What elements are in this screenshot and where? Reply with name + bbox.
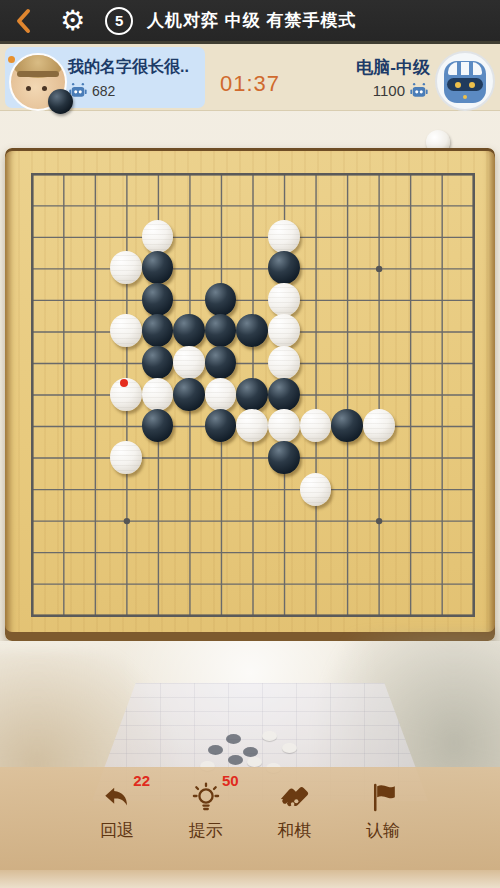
black-stone <box>205 283 237 316</box>
black-stone <box>142 251 174 284</box>
board-cell-r9-c1[interactable] <box>15 410 47 442</box>
board-cell-r3-c7[interactable] <box>205 220 237 252</box>
board-cell-r10-c5[interactable] <box>142 442 174 474</box>
board-cell-r10-c9[interactable] <box>268 442 300 474</box>
white-stone <box>236 409 268 442</box>
robot-dome <box>448 62 482 75</box>
board-cell-r10-c2[interactable] <box>47 442 79 474</box>
board-cell-r6-c6[interactable] <box>173 315 205 347</box>
board-cell-r6-c4[interactable] <box>110 315 142 347</box>
board-cell-r5-c1[interactable] <box>15 284 47 316</box>
black-stone <box>142 346 174 379</box>
board-cell-r6-c3[interactable] <box>78 315 110 347</box>
board-cell-r15-c10[interactable] <box>300 600 332 632</box>
white-stone <box>142 378 174 411</box>
board-cell-r4-c1[interactable] <box>15 252 47 284</box>
gomoku-board <box>5 148 495 641</box>
board-cell-r10-c14[interactable] <box>426 442 458 474</box>
board-cell-r13-c5[interactable] <box>142 537 174 569</box>
player-black-panel: 我的名字很长很.. 682 <box>5 47 205 108</box>
decorative-stone <box>208 745 223 755</box>
black-stone <box>236 314 268 347</box>
board-cell-r7-c11[interactable] <box>331 347 363 379</box>
robot-chin-dot <box>463 95 467 99</box>
board-cell-r14-c3[interactable] <box>78 568 110 600</box>
board-cell-r4-c6[interactable] <box>173 252 205 284</box>
back-button[interactable] <box>8 1 38 41</box>
board-cell-r12-c10[interactable] <box>300 505 332 537</box>
board-cell-r10-c7[interactable] <box>205 442 237 474</box>
board-cell-r2-c4[interactable] <box>110 189 142 221</box>
computer-avatar <box>435 51 495 111</box>
board-cell-r13-c8[interactable] <box>236 537 268 569</box>
board-cell-r9-c3[interactable] <box>78 410 110 442</box>
player-black-name: 我的名字很长很.. <box>68 57 189 78</box>
board-cell-r2-c2[interactable] <box>47 189 79 221</box>
white-stone <box>110 251 142 284</box>
black-stone <box>268 378 300 411</box>
board-cell-r15-c5[interactable] <box>142 600 174 632</box>
board-cell-r8-c8[interactable] <box>236 378 268 410</box>
board-cell-r15-c6[interactable] <box>173 600 205 632</box>
board-cell-r6-c13[interactable] <box>395 315 427 347</box>
board-cell-r14-c5[interactable] <box>142 568 174 600</box>
board-cell-r3-c1[interactable] <box>15 220 47 252</box>
board-cell-r2-c13[interactable] <box>395 189 427 221</box>
white-stone <box>268 409 300 442</box>
board-cell-r12-c4[interactable] <box>110 505 142 537</box>
board-cell-r15-c13[interactable] <box>395 600 427 632</box>
hint-button[interactable]: 50 提示 <box>173 777 239 842</box>
decorative-stone <box>243 747 258 757</box>
board-cell-r14-c6[interactable] <box>173 568 205 600</box>
undo-button[interactable]: 22 回退 <box>84 777 150 842</box>
board-cell-r8-c10[interactable] <box>300 378 332 410</box>
board-cell-r6-c1[interactable] <box>15 315 47 347</box>
white-stone <box>268 314 300 347</box>
board-cell-r3-c13[interactable] <box>395 220 427 252</box>
decorative-stone <box>282 743 297 753</box>
board-cell-r14-c8[interactable] <box>236 568 268 600</box>
board-cell-r1-c3[interactable] <box>78 157 110 189</box>
board-cell-r11-c12[interactable] <box>363 473 395 505</box>
board-cell-r1-c15[interactable] <box>458 157 490 189</box>
board-cell-r1-c5[interactable] <box>142 157 174 189</box>
board-cell-r7-c8[interactable] <box>236 347 268 379</box>
board-cell-r1-c11[interactable] <box>331 157 363 189</box>
board-cell-r3-c8[interactable] <box>236 220 268 252</box>
board-cell-r15-c11[interactable] <box>331 600 363 632</box>
black-stone-indicator <box>48 89 73 114</box>
table-edge <box>0 870 500 888</box>
board-cell-r2-c15[interactable] <box>458 189 490 221</box>
board-cell-r13-c3[interactable] <box>78 537 110 569</box>
board-cell-r15-c9[interactable] <box>268 600 300 632</box>
board-cell-r1-c2[interactable] <box>47 157 79 189</box>
board-cell-r2-c1[interactable] <box>15 189 47 221</box>
board-cell-r1-c6[interactable] <box>173 157 205 189</box>
board-cell-r9-c6[interactable] <box>173 410 205 442</box>
board-cell-r1-c9[interactable] <box>268 157 300 189</box>
board-cell-r3-c12[interactable] <box>363 220 395 252</box>
board-cell-r11-c7[interactable] <box>205 473 237 505</box>
board-cell-r7-c4[interactable] <box>110 347 142 379</box>
handshake-icon <box>261 777 327 813</box>
board-cell-r9-c9[interactable] <box>268 410 300 442</box>
board-cell-r2-c14[interactable] <box>426 189 458 221</box>
board-cell-r8-c11[interactable] <box>331 378 363 410</box>
board-cell-r14-c13[interactable] <box>395 568 427 600</box>
board-cell-r1-c1[interactable] <box>15 157 47 189</box>
black-stone <box>331 409 363 442</box>
board-cell-r12-c15[interactable] <box>458 505 490 537</box>
white-stone <box>110 441 142 474</box>
board-cell-r7-c6[interactable] <box>173 347 205 379</box>
board-cell-r8-c4[interactable] <box>110 378 142 410</box>
decorative-stone <box>262 731 277 741</box>
settings-button[interactable]: ⚙ <box>60 7 85 35</box>
board-cell-r4-c14[interactable] <box>426 252 458 284</box>
board-cell-r13-c12[interactable] <box>363 537 395 569</box>
board-cell-r15-c2[interactable] <box>47 600 79 632</box>
board-cell-r10-c11[interactable] <box>331 442 363 474</box>
board-cell-r7-c13[interactable] <box>395 347 427 379</box>
top-bar: ⚙ 5 人机对弈 中级 有禁手模式 <box>0 0 500 44</box>
player-bar: 我的名字很长很.. 682 01:37 电脑-中级 1100 <box>0 44 500 111</box>
board-cell-r11-c4[interactable] <box>110 473 142 505</box>
player-white-rating-value: 1100 <box>373 82 405 99</box>
board-cell-r8-c14[interactable] <box>426 378 458 410</box>
board-cell-r5-c3[interactable] <box>78 284 110 316</box>
app-screen: ⚙ 5 人机对弈 中级 有禁手模式 我的名字很长很.. <box>0 0 500 888</box>
board-cell-r8-c3[interactable] <box>78 378 110 410</box>
black-stone <box>205 346 237 379</box>
action-toolbar: 22 回退 50 提示 <box>0 767 500 870</box>
board-cell-r4-c4[interactable] <box>110 252 142 284</box>
board-cell-r2-c11[interactable] <box>331 189 363 221</box>
board-cell-r1-c10[interactable] <box>300 157 332 189</box>
board-cell-r14-c14[interactable] <box>426 568 458 600</box>
board-cell-r3-c5[interactable] <box>142 220 174 252</box>
board-cell-r8-c1[interactable] <box>15 378 47 410</box>
board-cell-r9-c10[interactable] <box>300 410 332 442</box>
board-cell-r11-c6[interactable] <box>173 473 205 505</box>
board-cell-r6-c8[interactable] <box>236 315 268 347</box>
board-cell-r14-c12[interactable] <box>363 568 395 600</box>
board-cell-r8-c2[interactable] <box>47 378 79 410</box>
board-cell-r6-c2[interactable] <box>47 315 79 347</box>
board-cell-r9-c15[interactable] <box>458 410 490 442</box>
board-cell-r2-c7[interactable] <box>205 189 237 221</box>
board-cell-r9-c11[interactable] <box>331 410 363 442</box>
board-cell-r2-c3[interactable] <box>78 189 110 221</box>
board-cell-r1-c13[interactable] <box>395 157 427 189</box>
last-move-marker <box>120 379 128 387</box>
board-cell-r13-c7[interactable] <box>205 537 237 569</box>
board-cell-r5-c14[interactable] <box>426 284 458 316</box>
gear-icon: ⚙ <box>60 7 85 35</box>
board-cell-r4-c2[interactable] <box>47 252 79 284</box>
white-stone <box>110 378 142 411</box>
white-stone <box>268 346 300 379</box>
board-cell-r7-c9[interactable] <box>268 347 300 379</box>
avatar-eye <box>26 86 31 91</box>
resign-button[interactable]: 认输 <box>350 777 416 842</box>
board-cell-r5-c8[interactable] <box>236 284 268 316</box>
board-cell-r11-c14[interactable] <box>426 473 458 505</box>
board-cell-r7-c2[interactable] <box>47 347 79 379</box>
board-cell-r10-c1[interactable] <box>15 442 47 474</box>
board-cell-r7-c1[interactable] <box>15 347 47 379</box>
board-cell-r12-c6[interactable] <box>173 505 205 537</box>
board-cell-r11-c3[interactable] <box>78 473 110 505</box>
white-stone <box>173 346 205 379</box>
board-cell-r14-c4[interactable] <box>110 568 142 600</box>
board-cell-r3-c14[interactable] <box>426 220 458 252</box>
board-cell-r13-c9[interactable] <box>268 537 300 569</box>
chevron-left-icon <box>15 8 31 34</box>
board-cell-r5-c11[interactable] <box>331 284 363 316</box>
board-cell-r7-c10[interactable] <box>300 347 332 379</box>
board-cell-r9-c7[interactable] <box>205 410 237 442</box>
board-cell-r3-c15[interactable] <box>458 220 490 252</box>
black-stone <box>173 314 205 347</box>
board-cell-r4-c9[interactable] <box>268 252 300 284</box>
robot-visor <box>447 78 483 91</box>
board-cell-r5-c5[interactable] <box>142 284 174 316</box>
move-timer: 01:37 <box>220 71 280 97</box>
board-cell-r13-c14[interactable] <box>426 537 458 569</box>
board-cell-r15-c12[interactable] <box>363 600 395 632</box>
board-cell-r14-c1[interactable] <box>15 568 47 600</box>
board-cell-r6-c5[interactable] <box>142 315 174 347</box>
board-cell-r11-c10[interactable] <box>300 473 332 505</box>
board-cell-r14-c10[interactable] <box>300 568 332 600</box>
board-cell-r15-c14[interactable] <box>426 600 458 632</box>
board-cell-r8-c12[interactable] <box>363 378 395 410</box>
resign-label: 认输 <box>350 819 416 842</box>
board-cell-r5-c9[interactable] <box>268 284 300 316</box>
board-cell-r5-c10[interactable] <box>300 284 332 316</box>
board-cell-r1-c8[interactable] <box>236 157 268 189</box>
board-cell-r8-c6[interactable] <box>173 378 205 410</box>
board-cell-r9-c2[interactable] <box>47 410 79 442</box>
board-cell-r4-c11[interactable] <box>331 252 363 284</box>
board-cell-r10-c13[interactable] <box>395 442 427 474</box>
board-cell-r15-c7[interactable] <box>205 600 237 632</box>
decorative-stone <box>247 757 262 767</box>
board-cell-r14-c11[interactable] <box>331 568 363 600</box>
board-cell-r3-c6[interactable] <box>173 220 205 252</box>
undo-label: 回退 <box>84 819 150 842</box>
undo-count-badge: 22 <box>133 772 150 789</box>
board-cell-r6-c10[interactable] <box>300 315 332 347</box>
resign-flag-icon <box>350 777 416 813</box>
board-cell-r12-c11[interactable] <box>331 505 363 537</box>
board-cell-r10-c6[interactable] <box>173 442 205 474</box>
white-stone <box>110 314 142 347</box>
board-cell-r12-c1[interactable] <box>15 505 47 537</box>
board-cell-r13-c15[interactable] <box>458 537 490 569</box>
black-stone <box>268 251 300 284</box>
board-cell-r2-c10[interactable] <box>300 189 332 221</box>
board-cell-r6-c11[interactable] <box>331 315 363 347</box>
hint-count-badge: 50 <box>222 772 239 789</box>
board-cell-r13-c2[interactable] <box>47 537 79 569</box>
board-cell-r15-c15[interactable] <box>458 600 490 632</box>
board-cell-r12-c14[interactable] <box>426 505 458 537</box>
board-cell-r13-c1[interactable] <box>15 537 47 569</box>
board-cell-r6-c12[interactable] <box>363 315 395 347</box>
board-cell-r12-c9[interactable] <box>268 505 300 537</box>
board-cell-r12-c2[interactable] <box>47 505 79 537</box>
board-cell-r11-c11[interactable] <box>331 473 363 505</box>
black-stone <box>173 378 205 411</box>
board-cell-r8-c5[interactable] <box>142 378 174 410</box>
board-cell-r8-c7[interactable] <box>205 378 237 410</box>
board-cell-r12-c12[interactable] <box>363 505 395 537</box>
board-cell-r3-c11[interactable] <box>331 220 363 252</box>
board-cell-r1-c14[interactable] <box>426 157 458 189</box>
board-cell-r7-c5[interactable] <box>142 347 174 379</box>
board-cell-r3-c4[interactable] <box>110 220 142 252</box>
board-cell-r14-c7[interactable] <box>205 568 237 600</box>
board-cell-r14-c2[interactable] <box>47 568 79 600</box>
board-cell-r4-c5[interactable] <box>142 252 174 284</box>
board-cell-r6-c14[interactable] <box>426 315 458 347</box>
white-stone <box>142 220 174 253</box>
board-cell-r10-c12[interactable] <box>363 442 395 474</box>
player-black-rating: 682 <box>69 82 115 99</box>
board-cell-r3-c3[interactable] <box>78 220 110 252</box>
board-cell-r3-c10[interactable] <box>300 220 332 252</box>
board-cell-r14-c15[interactable] <box>458 568 490 600</box>
board-cell-r12-c13[interactable] <box>395 505 427 537</box>
board-cell-r2-c8[interactable] <box>236 189 268 221</box>
black-stone <box>236 378 268 411</box>
board-cell-r11-c1[interactable] <box>15 473 47 505</box>
board-cell-r12-c7[interactable] <box>205 505 237 537</box>
board-cell-r13-c13[interactable] <box>395 537 427 569</box>
board-cell-r13-c11[interactable] <box>331 537 363 569</box>
board-cell-r5-c2[interactable] <box>47 284 79 316</box>
board-cell-r10-c8[interactable] <box>236 442 268 474</box>
board-cell-r4-c10[interactable] <box>300 252 332 284</box>
board-cell-r10-c3[interactable] <box>78 442 110 474</box>
board-cell-r2-c9[interactable] <box>268 189 300 221</box>
page-title: 人机对弈 中级 有禁手模式 <box>147 9 356 32</box>
white-stone <box>268 220 300 253</box>
board-cell-r12-c8[interactable] <box>236 505 268 537</box>
board-cell-r15-c4[interactable] <box>110 600 142 632</box>
board-cell-r4-c15[interactable] <box>458 252 490 284</box>
board-cell-r4-c3[interactable] <box>78 252 110 284</box>
board-cell-r3-c9[interactable] <box>268 220 300 252</box>
board-cell-r5-c6[interactable] <box>173 284 205 316</box>
board-cell-r8-c15[interactable] <box>458 378 490 410</box>
board-cell-r7-c12[interactable] <box>363 347 395 379</box>
board-cell-r11-c15[interactable] <box>458 473 490 505</box>
board-cell-r10-c15[interactable] <box>458 442 490 474</box>
board-cell-r15-c3[interactable] <box>78 600 110 632</box>
board-cell-r5-c12[interactable] <box>363 284 395 316</box>
stones-layer <box>15 157 490 632</box>
robot-rating-icon <box>410 82 428 99</box>
board-cell-r13-c6[interactable] <box>173 537 205 569</box>
board-cell-r9-c13[interactable] <box>395 410 427 442</box>
board-cell-r5-c13[interactable] <box>395 284 427 316</box>
board-cell-r10-c10[interactable] <box>300 442 332 474</box>
white-stone <box>300 409 332 442</box>
board-cell-r13-c10[interactable] <box>300 537 332 569</box>
board-cell-r14-c9[interactable] <box>268 568 300 600</box>
board-cell-r4-c12[interactable] <box>363 252 395 284</box>
board-cell-r3-c2[interactable] <box>47 220 79 252</box>
board-cell-r12-c5[interactable] <box>142 505 174 537</box>
active-turn-dot <box>8 56 15 63</box>
draw-button[interactable]: 和棋 <box>261 777 327 842</box>
board-cell-r11-c2[interactable] <box>47 473 79 505</box>
board-cell-r6-c9[interactable] <box>268 315 300 347</box>
board-cell-r7-c15[interactable] <box>458 347 490 379</box>
board-cell-r5-c15[interactable] <box>458 284 490 316</box>
board-cell-r4-c7[interactable] <box>205 252 237 284</box>
mode-badge: 5 <box>105 7 133 35</box>
board-cell-r8-c9[interactable] <box>268 378 300 410</box>
board-cell-r6-c15[interactable] <box>458 315 490 347</box>
board-cell-r11-c8[interactable] <box>236 473 268 505</box>
board-cell-r1-c4[interactable] <box>110 157 142 189</box>
board-cell-r9-c4[interactable] <box>110 410 142 442</box>
board-cell-r15-c1[interactable] <box>15 600 47 632</box>
board-cell-r9-c12[interactable] <box>363 410 395 442</box>
board-cell-r4-c8[interactable] <box>236 252 268 284</box>
board-cell-r6-c7[interactable] <box>205 315 237 347</box>
board-cell-r4-c13[interactable] <box>395 252 427 284</box>
player-white-name: 电脑-中级 <box>356 56 430 79</box>
board-cell-r11-c5[interactable] <box>142 473 174 505</box>
black-stone <box>142 283 174 316</box>
avatar-hat-band <box>17 71 59 77</box>
board-cell-r15-c8[interactable] <box>236 600 268 632</box>
board-cell-r12-c3[interactable] <box>78 505 110 537</box>
board-cell-r5-c4[interactable] <box>110 284 142 316</box>
board-cell-r1-c12[interactable] <box>363 157 395 189</box>
decorative-stone <box>226 734 241 744</box>
board-cell-r2-c12[interactable] <box>363 189 395 221</box>
board-cell-r2-c5[interactable] <box>142 189 174 221</box>
board-cell-r7-c3[interactable] <box>78 347 110 379</box>
board-cell-r8-c13[interactable] <box>395 378 427 410</box>
board-cell-r7-c14[interactable] <box>426 347 458 379</box>
board-cell-r9-c5[interactable] <box>142 410 174 442</box>
board-cell-r5-c7[interactable] <box>205 284 237 316</box>
board-cell-r9-c8[interactable] <box>236 410 268 442</box>
board-cell-r2-c6[interactable] <box>173 189 205 221</box>
board-cell-r9-c14[interactable] <box>426 410 458 442</box>
decorative-stone <box>228 755 243 765</box>
white-stone <box>300 473 332 506</box>
board-cell-r1-c7[interactable] <box>205 157 237 189</box>
board-cell-r10-c4[interactable] <box>110 442 142 474</box>
player-black-rating-value: 682 <box>92 83 115 99</box>
black-stone <box>142 409 174 442</box>
board-cell-r11-c9[interactable] <box>268 473 300 505</box>
board-cell-r11-c13[interactable] <box>395 473 427 505</box>
player-white-rating: 1100 <box>373 82 428 99</box>
board-cell-r7-c7[interactable] <box>205 347 237 379</box>
board-cell-r13-c4[interactable] <box>110 537 142 569</box>
